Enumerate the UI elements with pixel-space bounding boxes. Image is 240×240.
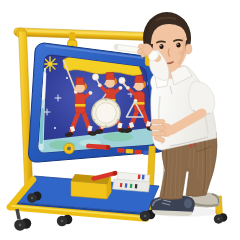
right-ear (185, 44, 192, 54)
product-photo (0, 0, 240, 240)
corner-knob (64, 143, 74, 153)
marker-boxes (113, 172, 151, 192)
scene (0, 0, 240, 240)
